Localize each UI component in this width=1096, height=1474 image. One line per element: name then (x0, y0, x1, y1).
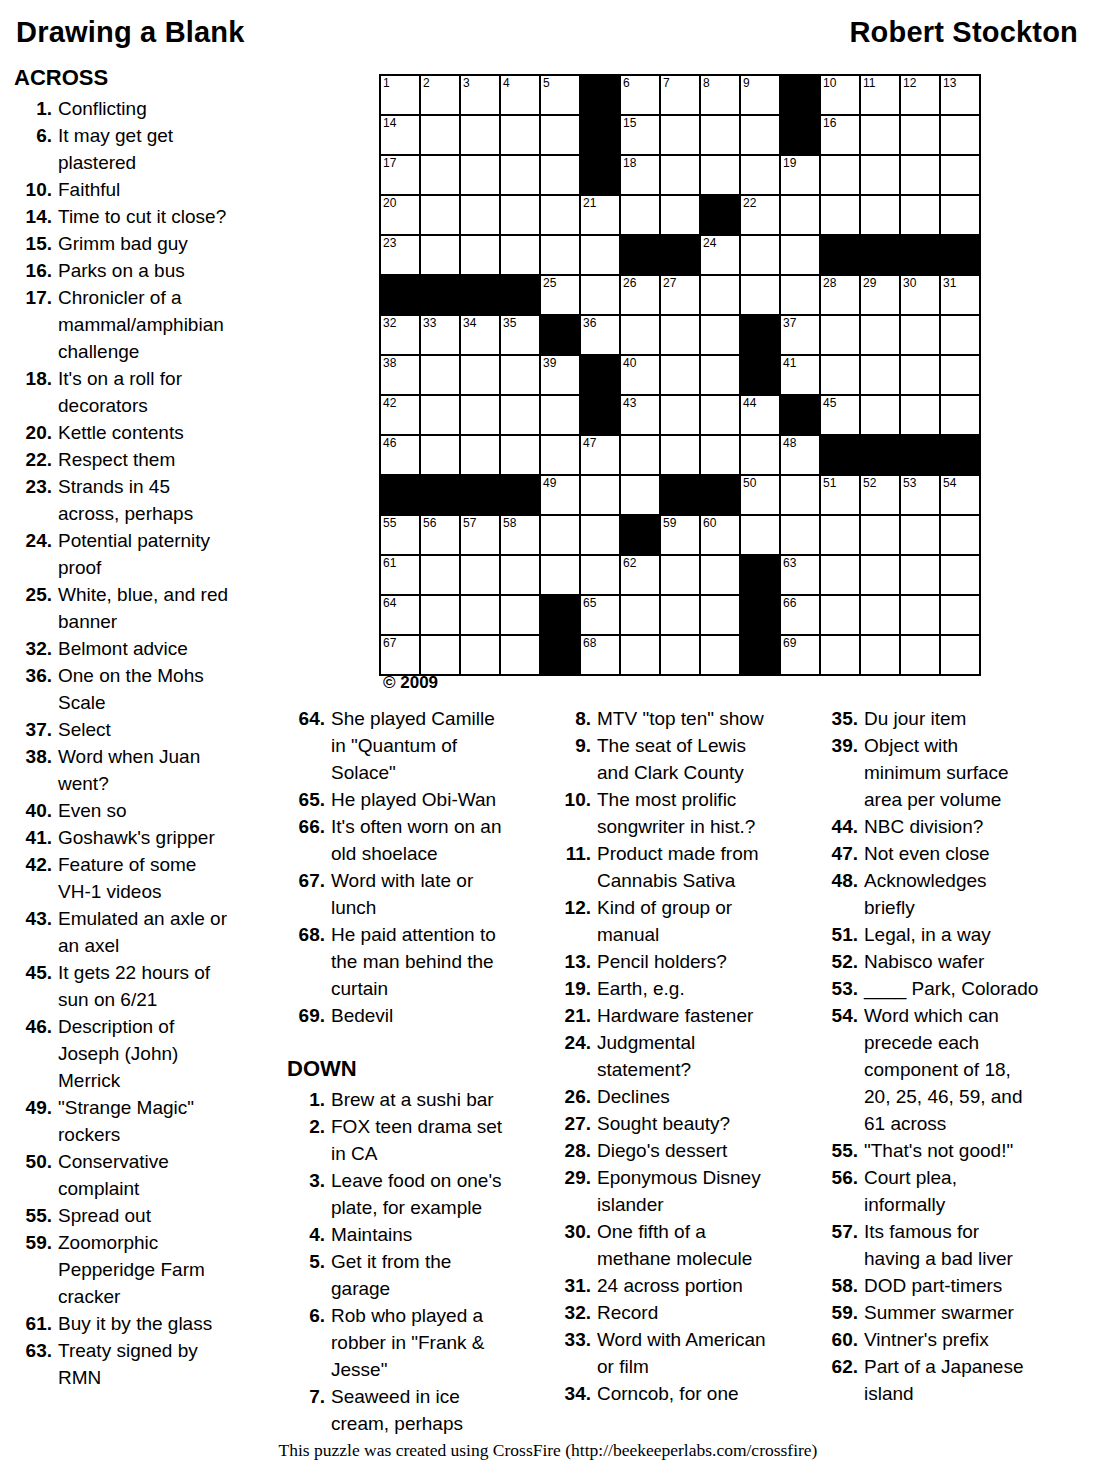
down-clue-list-cont-2: 35.Du jour item39.Object with minimum su… (820, 705, 1088, 1407)
clue-down-19: 19.Earth, e.g. (553, 975, 809, 1002)
clue-number: 68. (287, 921, 331, 948)
clue-text: He paid attention to the man behind the … (331, 921, 537, 1002)
grid-cell-r5c10[interactable] (741, 236, 779, 274)
clue-number: 27. (553, 1110, 597, 1137)
grid-cell-r1c13[interactable]: 11 (861, 76, 899, 114)
grid-cell-r14c3[interactable] (461, 596, 499, 634)
clue-text: The seat of Lewis and Clark County (597, 732, 809, 786)
black-cell-r9c11 (781, 396, 819, 434)
black-cell-r15c5 (541, 636, 579, 674)
cell-number: 20 (383, 197, 396, 210)
clue-text: Court plea, informally (864, 1164, 1088, 1218)
grid-cell-r8c15[interactable] (941, 356, 979, 394)
cell-number: 69 (783, 637, 796, 650)
grid-cell-r2c8[interactable] (661, 116, 699, 154)
grid-cell-r11c12[interactable]: 51 (821, 476, 859, 514)
grid-cell-r7c4[interactable]: 35 (501, 316, 539, 354)
grid-cell-r1c12[interactable]: 10 (821, 76, 859, 114)
cell-number: 34 (463, 317, 476, 330)
grid-cell-r8c12[interactable] (821, 356, 859, 394)
grid-cell-r2c3[interactable] (461, 116, 499, 154)
grid-cell-r10c7[interactable] (621, 436, 659, 474)
clue-number: 39. (820, 732, 864, 759)
grid-cell-r4c12[interactable] (821, 196, 859, 234)
grid-cell-r9c10[interactable]: 44 (741, 396, 779, 434)
grid-cell-r8c13[interactable] (861, 356, 899, 394)
grid-cell-r11c10[interactable]: 50 (741, 476, 779, 514)
grid-cell-r14c4[interactable] (501, 596, 539, 634)
grid-cell-r6c9[interactable] (701, 276, 739, 314)
grid-cell-r3c9[interactable] (701, 156, 739, 194)
grid-cell-r1c8[interactable]: 7 (661, 76, 699, 114)
grid-cell-r4c8[interactable] (661, 196, 699, 234)
black-cell-r5c15 (941, 236, 979, 274)
clue-number: 16. (14, 257, 58, 284)
clue-number: 59. (820, 1299, 864, 1326)
grid-cell-r14c11[interactable]: 66 (781, 596, 819, 634)
clue-number: 62. (820, 1353, 864, 1380)
clue-number: 69. (287, 1002, 331, 1029)
grid-cell-r13c11[interactable]: 63 (781, 556, 819, 594)
grid-cell-r9c8[interactable] (661, 396, 699, 434)
grid-cell-r4c11[interactable] (781, 196, 819, 234)
cell-number: 53 (903, 477, 916, 490)
clue-down-3: 3.Leave food on one's plate, for example (287, 1167, 537, 1221)
clue-across-38: 38.Word when Juan went? (14, 743, 274, 797)
cell-number: 38 (383, 357, 396, 370)
clue-text: Goshawk's gripper (58, 824, 274, 851)
grid-cell-r10c10[interactable] (741, 436, 779, 474)
grid-cell-r12c8[interactable]: 59 (661, 516, 699, 554)
grid-cell-r14c12[interactable] (821, 596, 859, 634)
grid-cell-r9c9[interactable] (701, 396, 739, 434)
grid-cell-r5c9[interactable]: 24 (701, 236, 739, 274)
grid-cell-r6c10[interactable] (741, 276, 779, 314)
grid-cell-r13c3[interactable] (461, 556, 499, 594)
grid-cell-r3c11[interactable]: 19 (781, 156, 819, 194)
grid-cell-r9c4[interactable] (501, 396, 539, 434)
grid-cell-r3c2[interactable] (421, 156, 459, 194)
grid-cell-r12c1[interactable]: 55 (381, 516, 419, 554)
cell-number: 8 (703, 77, 710, 90)
clue-text: Buy it by the glass (58, 1310, 274, 1337)
clue-down-27: 27.Sought beauty? (553, 1110, 809, 1137)
grid-cell-r9c14[interactable] (901, 396, 939, 434)
grid-cell-r14c2[interactable] (421, 596, 459, 634)
clue-number: 17. (14, 284, 58, 311)
clue-down-39: 39.Object with minimum surface area per … (820, 732, 1088, 813)
cell-number: 42 (383, 397, 396, 410)
grid-cell-r12c2[interactable]: 56 (421, 516, 459, 554)
clue-number: 47. (820, 840, 864, 867)
clue-text: Leave food on one's plate, for example (331, 1167, 537, 1221)
clue-number: 5. (287, 1248, 331, 1275)
grid-cell-r13c6[interactable] (581, 556, 619, 594)
grid-cell-r3c15[interactable] (941, 156, 979, 194)
grid-cell-r10c6[interactable]: 47 (581, 436, 619, 474)
clue-across-18: 18.It's on a roll for decorators (14, 365, 274, 419)
grid-cell-r9c3[interactable] (461, 396, 499, 434)
black-cell-r4c9 (701, 196, 739, 234)
grid-cell-r2c13[interactable] (861, 116, 899, 154)
clue-number: 48. (820, 867, 864, 894)
grid-cell-r1c7[interactable]: 6 (621, 76, 659, 114)
clue-across-20: 20.Kettle contents (14, 419, 274, 446)
clue-text: Judgmental statement? (597, 1029, 809, 1083)
grid-cell-r15c1[interactable]: 67 (381, 636, 419, 674)
grid-cell-r9c7[interactable]: 43 (621, 396, 659, 434)
grid-cell-r14c1[interactable]: 64 (381, 596, 419, 634)
grid-cell-r4c4[interactable] (501, 196, 539, 234)
grid-cell-r10c11[interactable]: 48 (781, 436, 819, 474)
clue-across-17: 17.Chronicler of a mammal/amphibian chal… (14, 284, 274, 365)
clue-text: Description of Joseph (John) Merrick (58, 1013, 274, 1094)
clue-number: 20. (14, 419, 58, 446)
grid-cell-r13c14[interactable] (901, 556, 939, 594)
grid-cell-r10c5[interactable] (541, 436, 579, 474)
grid-cell-r7c8[interactable] (661, 316, 699, 354)
grid-cell-r4c10[interactable]: 22 (741, 196, 779, 234)
grid-cell-r10c1[interactable]: 46 (381, 436, 419, 474)
black-cell-r11c4 (501, 476, 539, 514)
grid-cell-r13c1[interactable]: 61 (381, 556, 419, 594)
clue-number: 23. (14, 473, 58, 500)
grid-cell-r8c9[interactable] (701, 356, 739, 394)
clue-down-29: 29.Eponymous Disney islander (553, 1164, 809, 1218)
cell-number: 37 (783, 317, 796, 330)
grid-cell-r14c8[interactable] (661, 596, 699, 634)
grid-cell-r12c3[interactable]: 57 (461, 516, 499, 554)
clue-text: Treaty signed by RMN (58, 1337, 274, 1391)
grid-cell-r11c14[interactable]: 53 (901, 476, 939, 514)
grid-cell-r8c2[interactable] (421, 356, 459, 394)
grid-cell-r7c7[interactable] (621, 316, 659, 354)
grid-cell-r8c4[interactable] (501, 356, 539, 394)
grid-cell-r6c14[interactable]: 30 (901, 276, 939, 314)
clue-across-61: 61.Buy it by the glass (14, 1310, 274, 1337)
grid-cell-r12c13[interactable] (861, 516, 899, 554)
grid-cell-r4c15[interactable] (941, 196, 979, 234)
grid-cell-r7c13[interactable] (861, 316, 899, 354)
clue-text: FOX teen drama set in CA (331, 1113, 537, 1167)
cell-number: 2 (423, 77, 430, 90)
clue-text: It may get get plastered (58, 122, 274, 176)
grid-cell-r4c14[interactable] (901, 196, 939, 234)
clue-across-46: 46.Description of Joseph (John) Merrick (14, 1013, 274, 1094)
grid-cell-r9c15[interactable] (941, 396, 979, 434)
cell-number: 19 (783, 157, 796, 170)
clue-across-6: 6.It may get get plastered (14, 122, 274, 176)
black-cell-r5c7 (621, 236, 659, 274)
grid-cell-r7c1[interactable]: 32 (381, 316, 419, 354)
grid-cell-r9c12[interactable]: 45 (821, 396, 859, 434)
grid-cell-r12c14[interactable] (901, 516, 939, 554)
grid-cell-r5c4[interactable] (501, 236, 539, 274)
grid-cell-r13c15[interactable] (941, 556, 979, 594)
black-cell-r5c14 (901, 236, 939, 274)
grid-cell-r11c6[interactable] (581, 476, 619, 514)
grid-cell-r15c6[interactable]: 68 (581, 636, 619, 674)
grid-cell-r9c1[interactable]: 42 (381, 396, 419, 434)
across-header: ACROSS (14, 64, 274, 91)
clue-text: 24 across portion (597, 1272, 809, 1299)
grid-cell-r14c9[interactable] (701, 596, 739, 634)
grid-cell-r3c12[interactable] (821, 156, 859, 194)
grid-cell-r11c13[interactable]: 52 (861, 476, 899, 514)
clue-number: 34. (553, 1380, 597, 1407)
grid-cell-r6c5[interactable]: 25 (541, 276, 579, 314)
grid-cell-r15c13[interactable] (861, 636, 899, 674)
grid-cell-r8c11[interactable]: 41 (781, 356, 819, 394)
grid-cell-r1c9[interactable]: 8 (701, 76, 739, 114)
clue-down-33: 33.Word with American or film (553, 1326, 809, 1380)
clue-number: 6. (14, 122, 58, 149)
grid-cell-r8c1[interactable]: 38 (381, 356, 419, 394)
grid-cell-r6c13[interactable]: 29 (861, 276, 899, 314)
grid-cell-r15c9[interactable] (701, 636, 739, 674)
clue-down-24: 24.Judgmental statement? (553, 1029, 809, 1083)
grid-cell-r12c12[interactable] (821, 516, 859, 554)
cell-number: 5 (543, 77, 550, 90)
clue-number: 63. (14, 1337, 58, 1364)
grid-cell-r7c2[interactable]: 33 (421, 316, 459, 354)
grid-cell-r4c7[interactable] (621, 196, 659, 234)
cell-number: 28 (823, 277, 836, 290)
grid-cell-r1c15[interactable]: 13 (941, 76, 979, 114)
grid-cell-r15c11[interactable]: 69 (781, 636, 819, 674)
cell-number: 44 (743, 397, 756, 410)
grid-cell-r13c13[interactable] (861, 556, 899, 594)
grid-cell-r2c14[interactable] (901, 116, 939, 154)
grid-cell-r1c14[interactable]: 12 (901, 76, 939, 114)
grid-cell-r1c3[interactable]: 3 (461, 76, 499, 114)
grid-cell-r15c8[interactable] (661, 636, 699, 674)
grid-cell-r1c1[interactable]: 1 (381, 76, 419, 114)
grid-cell-r2c1[interactable]: 14 (381, 116, 419, 154)
clue-across-59: 59.Zoomorphic Pepperidge Farm cracker (14, 1229, 274, 1310)
grid-cell-r14c15[interactable] (941, 596, 979, 634)
grid-cell-r6c11[interactable] (781, 276, 819, 314)
grid-cell-r10c2[interactable] (421, 436, 459, 474)
grid-cell-r2c4[interactable] (501, 116, 539, 154)
grid-cell-r8c3[interactable] (461, 356, 499, 394)
grid-cell-r6c7[interactable]: 26 (621, 276, 659, 314)
grid-cell-r6c6[interactable] (581, 276, 619, 314)
grid-cell-r3c5[interactable] (541, 156, 579, 194)
clue-text: Word with American or film (597, 1326, 809, 1380)
grid-cell-r1c4[interactable]: 4 (501, 76, 539, 114)
grid-cell-r12c11[interactable] (781, 516, 819, 554)
grid-cell-r13c5[interactable] (541, 556, 579, 594)
grid-cell-r4c6[interactable]: 21 (581, 196, 619, 234)
grid-cell-r13c7[interactable]: 62 (621, 556, 659, 594)
clue-number: 12. (553, 894, 597, 921)
grid-cell-r12c15[interactable] (941, 516, 979, 554)
grid-cell-r3c1[interactable]: 17 (381, 156, 419, 194)
grid-cell-r4c5[interactable] (541, 196, 579, 234)
clue-number: 36. (14, 662, 58, 689)
grid-cell-r13c9[interactable] (701, 556, 739, 594)
grid-cell-r4c1[interactable]: 20 (381, 196, 419, 234)
clue-number: 13. (553, 948, 597, 975)
clue-text: Faithful (58, 176, 274, 203)
clue-number: 2. (287, 1113, 331, 1140)
grid-cell-r3c3[interactable] (461, 156, 499, 194)
grid-cell-r5c2[interactable] (421, 236, 459, 274)
grid-cell-r3c13[interactable] (861, 156, 899, 194)
black-cell-r10c15 (941, 436, 979, 474)
grid-cell-r7c11[interactable]: 37 (781, 316, 819, 354)
grid-cell-r11c7[interactable] (621, 476, 659, 514)
grid-cell-r10c4[interactable] (501, 436, 539, 474)
clue-number: 40. (14, 797, 58, 824)
clue-number: 25. (14, 581, 58, 608)
grid-cell-r3c4[interactable] (501, 156, 539, 194)
grid-cell-r15c2[interactable] (421, 636, 459, 674)
clue-across-64: 64.She played Camille in "Quantum of Sol… (287, 705, 537, 786)
clue-number: 54. (820, 1002, 864, 1029)
down-header: DOWN (287, 1055, 537, 1082)
grid-cell-r14c13[interactable] (861, 596, 899, 634)
grid-cell-r3c7[interactable]: 18 (621, 156, 659, 194)
grid-cell-r7c3[interactable]: 34 (461, 316, 499, 354)
grid-cell-r9c5[interactable] (541, 396, 579, 434)
grid-cell-r15c4[interactable] (501, 636, 539, 674)
clue-across-67: 67.Word with late or lunch (287, 867, 537, 921)
grid-cell-r3c14[interactable] (901, 156, 939, 194)
clue-text: Corncob, for one (597, 1380, 809, 1407)
grid-cell-r4c2[interactable] (421, 196, 459, 234)
grid-cell-r3c8[interactable] (661, 156, 699, 194)
grid-cell-r8c8[interactable] (661, 356, 699, 394)
black-cell-r6c1 (381, 276, 419, 314)
grid-cell-r10c8[interactable] (661, 436, 699, 474)
grid-cell-r8c7[interactable]: 40 (621, 356, 659, 394)
clue-number: 52. (820, 948, 864, 975)
grid-cell-r5c11[interactable] (781, 236, 819, 274)
grid-cell-r7c9[interactable] (701, 316, 739, 354)
grid-cell-r8c5[interactable]: 39 (541, 356, 579, 394)
grid-cell-r7c12[interactable] (821, 316, 859, 354)
grid-cell-r10c3[interactable] (461, 436, 499, 474)
black-cell-r7c10 (741, 316, 779, 354)
clue-across-42: 42.Feature of some VH-1 videos (14, 851, 274, 905)
grid-cell-r2c2[interactable] (421, 116, 459, 154)
clue-column-3: 8.MTV "top ten" show9.The seat of Lewis … (553, 705, 809, 1407)
grid-cell-r5c6[interactable] (581, 236, 619, 274)
down-clue-list: 1.Brew at a sushi bar2.FOX teen drama se… (287, 1086, 537, 1437)
grid-cell-r6c12[interactable]: 28 (821, 276, 859, 314)
clue-number: 37. (14, 716, 58, 743)
grid-cell-r11c11[interactable] (781, 476, 819, 514)
clue-column-1: ACROSS 1.Conflicting6.It may get get pla… (14, 64, 274, 1391)
clue-across-40: 40.Even so (14, 797, 274, 824)
clue-number: 6. (287, 1302, 331, 1329)
grid-cell-r3c10[interactable] (741, 156, 779, 194)
grid-cell-r2c5[interactable] (541, 116, 579, 154)
grid-cell-r13c12[interactable] (821, 556, 859, 594)
cell-number: 3 (463, 77, 470, 90)
clue-text: Bedevil (331, 1002, 537, 1029)
grid-cell-r1c2[interactable]: 2 (421, 76, 459, 114)
clue-text: Summer swarmer (864, 1299, 1088, 1326)
black-cell-r10c14 (901, 436, 939, 474)
clue-across-32: 32.Belmont advice (14, 635, 274, 662)
grid-cell-r5c5[interactable] (541, 236, 579, 274)
clue-number: 45. (14, 959, 58, 986)
grid-cell-r2c10[interactable] (741, 116, 779, 154)
grid-cell-r15c12[interactable] (821, 636, 859, 674)
grid-cell-r14c7[interactable] (621, 596, 659, 634)
grid-cell-r15c3[interactable] (461, 636, 499, 674)
grid-cell-r6c8[interactable]: 27 (661, 276, 699, 314)
grid-cell-r2c7[interactable]: 15 (621, 116, 659, 154)
grid-cell-r4c3[interactable] (461, 196, 499, 234)
clue-number: 31. (553, 1272, 597, 1299)
grid-cell-r12c10[interactable] (741, 516, 779, 554)
grid-cell-r14c14[interactable] (901, 596, 939, 634)
grid-cell-r13c4[interactable] (501, 556, 539, 594)
clue-across-45: 45.It gets 22 hours of sun on 6/21 (14, 959, 274, 1013)
grid-cell-r7c15[interactable] (941, 316, 979, 354)
grid-cell-r8c14[interactable] (901, 356, 939, 394)
grid-cell-r11c15[interactable]: 54 (941, 476, 979, 514)
grid-cell-r12c4[interactable]: 58 (501, 516, 539, 554)
grid-cell-r2c9[interactable] (701, 116, 739, 154)
grid-cell-r10c9[interactable] (701, 436, 739, 474)
grid-cell-r9c13[interactable] (861, 396, 899, 434)
grid-cell-r14c6[interactable]: 65 (581, 596, 619, 634)
cell-number: 22 (743, 197, 756, 210)
clue-number: 60. (820, 1326, 864, 1353)
grid-cell-r6c15[interactable]: 31 (941, 276, 979, 314)
grid-cell-r11c5[interactable]: 49 (541, 476, 579, 514)
grid-cell-r9c2[interactable] (421, 396, 459, 434)
clue-number: 14. (14, 203, 58, 230)
grid-cell-r1c5[interactable]: 5 (541, 76, 579, 114)
grid-cell-r12c5[interactable] (541, 516, 579, 554)
grid-cell-r5c1[interactable]: 23 (381, 236, 419, 274)
clue-across-25: 25.White, blue, and red banner (14, 581, 274, 635)
clue-across-50: 50.Conservative complaint (14, 1148, 274, 1202)
grid-cell-r15c14[interactable] (901, 636, 939, 674)
grid-cell-r12c9[interactable]: 60 (701, 516, 739, 554)
clue-text: NBC division? (864, 813, 1088, 840)
clue-number: 51. (820, 921, 864, 948)
grid-cell-r15c7[interactable] (621, 636, 659, 674)
grid-cell-r2c12[interactable]: 16 (821, 116, 859, 154)
grid-cell-r4c13[interactable] (861, 196, 899, 234)
black-cell-r10c13 (861, 436, 899, 474)
grid-cell-r1c10[interactable]: 9 (741, 76, 779, 114)
clue-across-69: 69.Bedevil (287, 1002, 537, 1029)
crossword-grid: 1234567891011121314151617181920212223242… (379, 74, 981, 676)
black-cell-r11c3 (461, 476, 499, 514)
grid-cell-r2c15[interactable] (941, 116, 979, 154)
clue-number: 28. (553, 1137, 597, 1164)
grid-cell-r15c15[interactable] (941, 636, 979, 674)
grid-cell-r13c2[interactable] (421, 556, 459, 594)
clue-number: 30. (553, 1218, 597, 1245)
black-cell-r6c4 (501, 276, 539, 314)
clue-number: 32. (14, 635, 58, 662)
grid-cell-r5c3[interactable] (461, 236, 499, 274)
grid-cell-r7c14[interactable] (901, 316, 939, 354)
clue-text: White, blue, and red banner (58, 581, 274, 635)
grid-cell-r7c6[interactable]: 36 (581, 316, 619, 354)
grid-cell-r13c8[interactable] (661, 556, 699, 594)
grid-cell-r12c6[interactable] (581, 516, 619, 554)
